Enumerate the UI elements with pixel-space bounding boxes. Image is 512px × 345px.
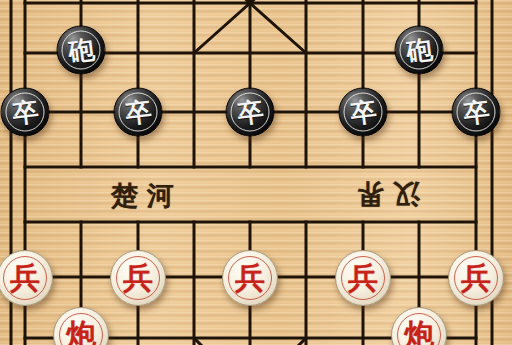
red-cannon-glyph: 炮	[66, 320, 96, 345]
red-soldier-glyph: 兵	[123, 263, 153, 293]
black-soldier-glyph: 卒	[462, 98, 491, 127]
red-soldier-glyph: 兵	[461, 263, 491, 293]
piece-black-soldier[interactable]: 卒	[1, 88, 50, 137]
piece-red-soldier[interactable]: 兵	[335, 250, 391, 306]
red-soldier-glyph: 兵	[10, 263, 40, 293]
black-cannon-glyph: 砲	[67, 36, 96, 65]
piece-black-soldier[interactable]: 卒	[226, 88, 275, 137]
piece-black-soldier[interactable]: 卒	[114, 88, 163, 137]
piece-red-soldier[interactable]: 兵	[448, 250, 504, 306]
piece-red-soldier[interactable]: 兵	[110, 250, 166, 306]
red-soldier-glyph: 兵	[348, 263, 378, 293]
piece-black-cannon[interactable]: 砲	[395, 26, 444, 75]
xiangqi-board[interactable]: 楚河 汉界 砲砲卒卒卒卒卒兵兵兵兵兵炮炮	[0, 0, 512, 345]
piece-red-soldier[interactable]: 兵	[222, 250, 278, 306]
black-soldier-glyph: 卒	[124, 98, 153, 127]
red-soldier-glyph: 兵	[235, 263, 265, 293]
black-soldier-glyph: 卒	[236, 98, 265, 127]
piece-black-soldier[interactable]: 卒	[339, 88, 388, 137]
black-cannon-glyph: 砲	[405, 36, 434, 65]
river-label-chu-he: 楚河	[111, 178, 183, 214]
black-soldier-glyph: 卒	[349, 98, 378, 127]
piece-black-soldier[interactable]: 卒	[452, 88, 501, 137]
red-cannon-glyph: 炮	[404, 320, 434, 345]
river-label-han-jie: 汉界	[348, 176, 420, 212]
piece-black-cannon[interactable]: 砲	[57, 26, 106, 75]
black-soldier-glyph: 卒	[11, 98, 40, 127]
